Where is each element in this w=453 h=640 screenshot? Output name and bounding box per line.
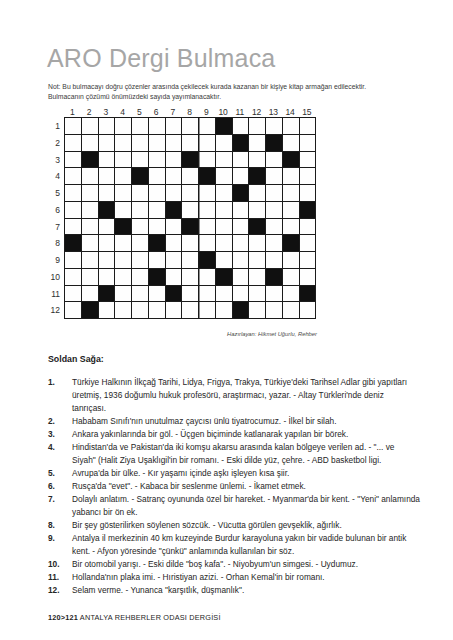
grid-cell[interactable] (82, 168, 98, 184)
grid-cell[interactable] (166, 135, 182, 151)
grid-cell[interactable] (266, 202, 282, 218)
grid-cell[interactable] (65, 135, 81, 151)
grid-cell[interactable] (65, 286, 81, 302)
grid-cell[interactable] (166, 235, 182, 251)
grid-cell[interactable] (166, 118, 182, 134)
grid-cell[interactable] (65, 219, 81, 235)
grid-cell[interactable] (300, 302, 316, 318)
grid-cell[interactable] (199, 235, 215, 251)
grid-cell[interactable] (115, 302, 131, 318)
grid-cell[interactable] (249, 202, 265, 218)
column-label: 12 (248, 107, 265, 117)
grid-cell[interactable] (233, 252, 249, 268)
grid-cell[interactable] (283, 286, 299, 302)
grid-cell[interactable] (115, 152, 131, 168)
grid-cell[interactable] (300, 185, 316, 201)
grid-cell[interactable] (300, 152, 316, 168)
row-label: 6 (47, 206, 60, 215)
grid-cell[interactable] (233, 152, 249, 168)
grid-cell[interactable] (115, 135, 131, 151)
grid-cell-black (166, 286, 182, 302)
column-label: 2 (81, 107, 98, 117)
grid-cell-black (249, 168, 265, 184)
grid-cell-black (166, 202, 182, 218)
row-label: 12 (47, 306, 60, 315)
clue-text: Türkiye Halkının İlkçağ Tarihi, Lidya, F… (72, 376, 420, 415)
grid-cell[interactable] (99, 219, 115, 235)
grid-cell[interactable] (216, 286, 232, 302)
row-label: 7 (47, 223, 60, 232)
grid-cell-black (266, 135, 282, 151)
grid-cell[interactable] (283, 269, 299, 285)
row-label: 3 (47, 156, 60, 165)
clue-item: 7.Dolaylı anlatım. - Satranç oyununda öz… (48, 493, 420, 519)
grid-cell[interactable] (132, 252, 148, 268)
grid-cell[interactable] (166, 152, 182, 168)
grid-cell[interactable] (99, 185, 115, 201)
grid-cell[interactable] (249, 269, 265, 285)
grid-cell[interactable] (300, 168, 316, 184)
grid-cell[interactable] (216, 252, 232, 268)
grid-cell-black (233, 135, 249, 151)
grid-cell-black (283, 152, 299, 168)
grid-cell[interactable] (182, 302, 198, 318)
grid-cell[interactable] (82, 135, 98, 151)
grid-cell[interactable] (300, 252, 316, 268)
column-label: 5 (131, 107, 148, 117)
grid-cell[interactable] (283, 219, 299, 235)
grid-cell-black (233, 302, 249, 318)
grid-cell[interactable] (233, 202, 249, 218)
grid-cell[interactable] (283, 302, 299, 318)
clue-number: 6. (48, 480, 72, 493)
grid-cell[interactable] (266, 118, 282, 134)
row-label: 4 (47, 172, 60, 181)
grid-cell-black (249, 219, 265, 235)
grid-cell-black (149, 235, 165, 251)
grid-cell[interactable] (182, 286, 198, 302)
note-line-2: Bulmacanın çözümü önümüzdeki sayıda yayı… (48, 92, 416, 102)
grid-cell[interactable] (65, 168, 81, 184)
grid-cell[interactable] (132, 286, 148, 302)
grid-cell[interactable] (266, 185, 282, 201)
grid-cell[interactable] (166, 185, 182, 201)
grid-cell[interactable] (82, 269, 98, 285)
row-label: 1 (47, 122, 60, 131)
clue-text: Hollanda'nın plaka imi. - Hıristiyan azi… (72, 571, 420, 584)
grid-cell-black (182, 219, 198, 235)
row-labels: 123456789101112 (47, 118, 64, 319)
grid-cell-black (283, 235, 299, 251)
grid-cell[interactable] (82, 252, 98, 268)
grid-cell[interactable] (99, 118, 115, 134)
grid-cell[interactable] (233, 168, 249, 184)
grid-cell[interactable] (300, 219, 316, 235)
grid-cell[interactable] (216, 302, 232, 318)
grid-cell[interactable] (199, 219, 215, 235)
grid-cell[interactable] (99, 235, 115, 251)
grid-cell[interactable] (132, 118, 148, 134)
grid-cell[interactable] (249, 235, 265, 251)
column-labels: 123456789101112131415 (64, 103, 316, 117)
grid-cell[interactable] (132, 202, 148, 218)
column-label: 8 (181, 107, 198, 117)
crossword-board (64, 117, 316, 319)
grid-cell[interactable] (132, 235, 148, 251)
clue-number: 2. (48, 415, 72, 428)
clue-number: 11. (48, 571, 72, 584)
grid-cell[interactable] (149, 168, 165, 184)
clue-item: 4.Hindistan'da ve Pakistan'da iki komşu … (48, 441, 420, 467)
grid-cell[interactable] (283, 202, 299, 218)
grid-cell[interactable] (82, 185, 98, 201)
clue-item: 11.Hollanda'nın plaka imi. - Hıristiyan … (48, 571, 420, 584)
grid-cell[interactable] (300, 269, 316, 285)
grid-cell-black (300, 202, 316, 218)
clue-text: Rusça'da "evet". - Kabaca bir seslenme ü… (72, 480, 420, 493)
grid-cell-black (115, 219, 131, 235)
row-label: 2 (47, 139, 60, 148)
grid-cell[interactable] (216, 135, 232, 151)
grid-cell[interactable] (216, 235, 232, 251)
grid-cell[interactable] (115, 252, 131, 268)
clue-number: 7. (48, 493, 72, 519)
clue-number: 4. (48, 441, 72, 467)
grid-cell[interactable] (99, 152, 115, 168)
column-label: 4 (114, 107, 131, 117)
grid-cell[interactable] (65, 252, 81, 268)
grid-cell[interactable] (233, 235, 249, 251)
clue-text: Hindistan'da ve Pakistan'da iki komşu ak… (72, 441, 420, 467)
grid-cell[interactable] (249, 152, 265, 168)
grid-cell[interactable] (216, 168, 232, 184)
grid-cell[interactable] (216, 202, 232, 218)
grid-cell[interactable] (249, 252, 265, 268)
grid-cell[interactable] (300, 235, 316, 251)
clue-item: 12.Selam verme. - Yunanca "karşıtlık, dü… (48, 584, 420, 597)
grid-cell[interactable] (300, 135, 316, 151)
grid-cell[interactable] (199, 118, 215, 134)
clue-item: 10.Bir otomobil yarışı. - Eski dilde "bo… (48, 558, 420, 571)
grid-cell[interactable] (166, 269, 182, 285)
column-label: 15 (299, 107, 316, 117)
grid-cell[interactable] (65, 302, 81, 318)
grid-cell-black (266, 269, 282, 285)
grid-cell[interactable] (82, 235, 98, 251)
byline: Hazırlayan: Hikmet Uğurlu, Rehber (64, 331, 317, 337)
grid-cell[interactable] (266, 235, 282, 251)
column-label: 13 (265, 107, 282, 117)
footer-page-numbers: 120>121 (48, 613, 78, 622)
grid-cell[interactable] (115, 235, 131, 251)
grid-cell[interactable] (65, 185, 81, 201)
grid-cell-black (82, 302, 98, 318)
grid-cell[interactable] (249, 135, 265, 151)
crossword-grid-area: 123456789101112131415 123456789101112 (47, 103, 316, 319)
grid-cell[interactable] (82, 118, 98, 134)
grid-cell[interactable] (149, 185, 165, 201)
grid-cell[interactable] (115, 168, 131, 184)
grid-cell[interactable] (65, 202, 81, 218)
row-label: 9 (47, 256, 60, 265)
grid-cell[interactable] (65, 269, 81, 285)
grid-cell[interactable] (266, 152, 282, 168)
clue-text: Bir şey gösterilirken söylenen sözcük. -… (72, 519, 420, 532)
grid-cell[interactable] (249, 118, 265, 134)
page-title: ARO Dergi Bulmaca (47, 44, 275, 73)
grid-cell[interactable] (266, 168, 282, 184)
grid-cell[interactable] (149, 202, 165, 218)
row-label: 10 (47, 273, 60, 282)
grid-cell[interactable] (115, 269, 131, 285)
grid-cell[interactable] (233, 269, 249, 285)
grid-cell[interactable] (82, 286, 98, 302)
grid-cell[interactable] (283, 118, 299, 134)
clue-item: 3.Ankara yakınlarında bir göl. - Üçgen b… (48, 428, 420, 441)
grid-cell[interactable] (182, 118, 198, 134)
grid-cell[interactable] (149, 135, 165, 151)
grid-cell-black (233, 185, 249, 201)
grid-cell[interactable] (182, 269, 198, 285)
clue-item: 6.Rusça'da "evet". - Kabaca bir seslenme… (48, 480, 420, 493)
grid-cell[interactable] (99, 252, 115, 268)
grid-cell[interactable] (166, 219, 182, 235)
grid-cell[interactable] (199, 185, 215, 201)
grid-cell[interactable] (233, 286, 249, 302)
clue-item: 5.Avrupa'da bir ülke. - Kır yaşamı içind… (48, 467, 420, 480)
grid-cell[interactable] (132, 269, 148, 285)
clue-number: 9. (48, 532, 72, 558)
grid-cell[interactable] (283, 252, 299, 268)
grid-cell[interactable] (115, 118, 131, 134)
grid-cell-black (199, 168, 215, 184)
clue-item: 2.Hababam Sınıfı'nın unutulmaz çaycısı ü… (48, 415, 420, 428)
grid-cell[interactable] (216, 152, 232, 168)
grid-cell[interactable] (99, 135, 115, 151)
grid-cell-black (216, 269, 232, 285)
grid-cell[interactable] (132, 302, 148, 318)
grid-cell[interactable] (249, 286, 265, 302)
grid-cell-black (300, 286, 316, 302)
column-label: 11 (232, 107, 249, 117)
grid-cell[interactable] (182, 135, 198, 151)
column-label: 1 (64, 107, 81, 117)
grid-cell[interactable] (99, 302, 115, 318)
footer-journal-name: ANTALYA REHBERLER ODASI DERGİSİ (78, 613, 221, 622)
grid-cell[interactable] (182, 168, 198, 184)
grid-cell-black (99, 202, 115, 218)
grid-cell-black (65, 235, 81, 251)
clue-number: 3. (48, 428, 72, 441)
clue-number: 5. (48, 467, 72, 480)
grid-cell[interactable] (182, 185, 198, 201)
grid-cell[interactable] (115, 202, 131, 218)
grid-cell[interactable] (182, 235, 198, 251)
clue-item: 8.Bir şey gösterilirken söylenen sözcük.… (48, 519, 420, 532)
grid-cell-black (99, 286, 115, 302)
clues-heading: Soldan Sağa: (48, 354, 104, 364)
clues-list: 1.Türkiye Halkının İlkçağ Tarihi, Lidya,… (48, 376, 420, 597)
row-label: 5 (47, 189, 60, 198)
row-label: 11 (47, 290, 60, 299)
grid-cell[interactable] (149, 252, 165, 268)
grid-cell-black (82, 152, 98, 168)
grid-cell[interactable] (249, 185, 265, 201)
column-label: 7 (165, 107, 182, 117)
grid-cell[interactable] (182, 252, 198, 268)
clue-text: Selam verme. - Yunanca "karşıtlık, düşma… (72, 584, 420, 597)
column-label: 6 (148, 107, 165, 117)
grid-cell[interactable] (149, 302, 165, 318)
grid-cell[interactable] (266, 252, 282, 268)
clue-text: Hababam Sınıfı'nın unutulmaz çaycısı ünl… (72, 415, 420, 428)
grid-cell[interactable] (99, 269, 115, 285)
grid-cell[interactable] (199, 302, 215, 318)
clue-text: Dolaylı anlatım. - Satranç oyununda özel… (72, 493, 420, 519)
grid-cell[interactable] (149, 152, 165, 168)
grid-cell[interactable] (132, 219, 148, 235)
grid-cell[interactable] (149, 118, 165, 134)
page-footer: 120>121 ANTALYA REHBERLER ODASI DERGİSİ (48, 613, 221, 622)
grid-cell[interactable] (283, 185, 299, 201)
column-label: 10 (215, 107, 232, 117)
grid-cell[interactable] (216, 185, 232, 201)
clue-number: 12. (48, 584, 72, 597)
grid-cell[interactable] (283, 168, 299, 184)
grid-cell[interactable] (233, 118, 249, 134)
grid-cell-black (216, 118, 232, 134)
grid-cell-black (182, 152, 198, 168)
grid-cell[interactable] (199, 152, 215, 168)
note-text: Not: Bu bulmacayı doğru çözenler arasınd… (48, 82, 416, 101)
grid-cell-black (149, 269, 165, 285)
grid-cell[interactable] (99, 168, 115, 184)
grid-cell[interactable] (82, 202, 98, 218)
row-label: 8 (47, 239, 60, 248)
grid-cell[interactable] (266, 302, 282, 318)
grid-cell-black (132, 168, 148, 184)
clue-item: 1.Türkiye Halkının İlkçağ Tarihi, Lidya,… (48, 376, 420, 415)
grid-cell[interactable] (132, 152, 148, 168)
grid-cell[interactable] (132, 185, 148, 201)
grid-cell[interactable] (182, 202, 198, 218)
column-label: 9 (198, 107, 215, 117)
grid-cell[interactable] (300, 118, 316, 134)
grid-cell[interactable] (266, 286, 282, 302)
grid-cell[interactable] (283, 135, 299, 151)
grid-cell[interactable] (199, 269, 215, 285)
grid-cell[interactable] (266, 219, 282, 235)
clue-text: Bir otomobil yarışı. - Eski dilde "boş k… (72, 558, 420, 571)
clue-text: Antalya il merkezinin 40 km kuzeyinde Bu… (72, 532, 420, 558)
grid-cell[interactable] (216, 219, 232, 235)
grid-cell[interactable] (149, 286, 165, 302)
grid-cell[interactable] (199, 286, 215, 302)
clue-item: 9.Antalya il merkezinin 40 km kuzeyinde … (48, 532, 420, 558)
column-label: 3 (98, 107, 115, 117)
clue-number: 1. (48, 376, 72, 415)
grid-cell[interactable] (115, 185, 131, 201)
grid-cell[interactable] (65, 152, 81, 168)
grid-cell[interactable] (166, 252, 182, 268)
clue-text: Ankara yakınlarında bir göl. - Üçgen biç… (72, 428, 420, 441)
grid-cell[interactable] (149, 219, 165, 235)
grid-cell[interactable] (166, 168, 182, 184)
clue-number: 8. (48, 519, 72, 532)
grid-cell[interactable] (166, 302, 182, 318)
grid-cell-black (199, 252, 215, 268)
grid-cell[interactable] (132, 135, 148, 151)
grid-cell[interactable] (199, 202, 215, 218)
grid-cell[interactable] (199, 135, 215, 151)
column-label: 14 (282, 107, 299, 117)
grid-cell[interactable] (82, 219, 98, 235)
grid-cell[interactable] (233, 219, 249, 235)
grid-cell[interactable] (65, 118, 81, 134)
grid-cell[interactable] (249, 302, 265, 318)
clue-text: Avrupa'da bir ülke. - Kır yaşamı içinde … (72, 467, 420, 480)
note-line-1: Not: Bu bulmacayı doğru çözenler arasınd… (48, 82, 416, 92)
grid-cell[interactable] (115, 286, 131, 302)
clue-number: 10. (48, 558, 72, 571)
